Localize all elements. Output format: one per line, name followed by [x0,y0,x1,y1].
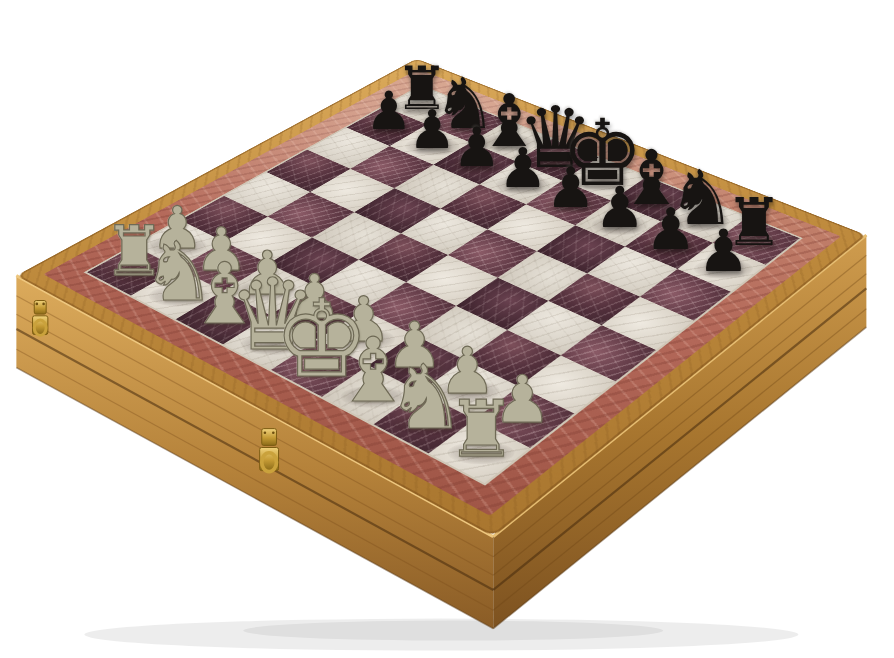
brass-latch [34,301,46,315]
brass-latch [262,429,277,446]
product-photo[interactable]: ♜♞♝♛♚♝♞♜♟♟♟♟♟♟♟♟♟♟♟♟♟♟♟♟♜♞♝♛♚♝♞♜ [0,0,894,658]
